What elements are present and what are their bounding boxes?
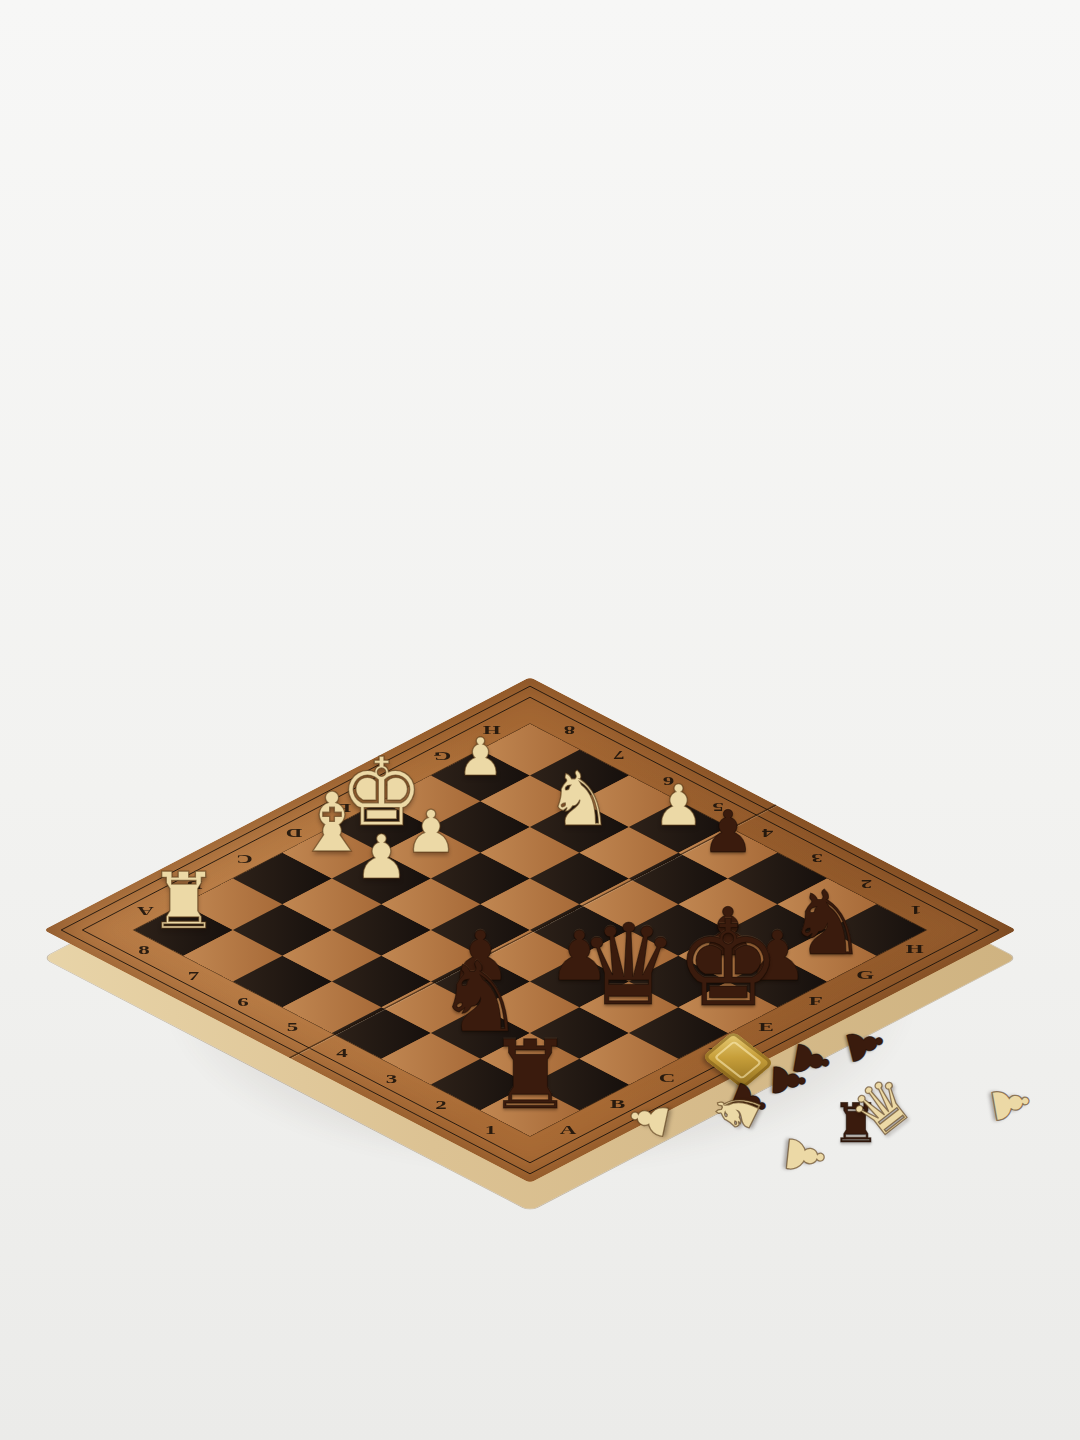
piece-black-queen-d2[interactable]: ♛ [579,911,680,1023]
piece-white-pawn-e7[interactable]: ♟ [405,802,458,861]
piece-black-rook-a1[interactable]: ♜ [487,1028,572,1123]
rank-label-right-1: 1 [903,903,929,917]
rank-label-left-6: 6 [230,995,256,1009]
file-label-near-F: F [803,995,829,1009]
file-label-far-G: G [429,749,455,763]
file-label-near-C: C [654,1072,680,1086]
rank-label-left-3: 3 [378,1073,404,1087]
file-label-far-C: C [231,852,257,866]
piece-white-rook-a8[interactable]: ♜ [149,863,219,941]
rank-label-left-5: 5 [279,1021,305,1035]
scattered-white-pawn-7[interactable]: ♟ [778,1131,832,1181]
scattered-white-pawn-9[interactable]: ♟ [984,1078,1039,1129]
piece-black-pawn-h4[interactable]: ♟ [702,802,755,861]
rank-label-left-2: 2 [428,1098,454,1112]
rank-label-left-7: 7 [180,970,206,984]
rank-label-right-8: 8 [557,722,583,736]
piece-white-knight-g6[interactable]: ♞ [546,762,614,837]
rank-label-right-4: 4 [755,825,781,839]
piece-white-pawn-h5[interactable]: ♟ [653,778,704,835]
rank-label-left-4: 4 [329,1047,355,1061]
file-label-near-H: H [902,943,928,957]
product-photo-scene: AABBCCDDEEFFGGHH1122334455667788 ♜♝♚♟♟♟♞… [0,0,1080,1440]
piece-black-king-e1[interactable]: ♚ [675,905,781,1023]
piece-white-pawn-g8[interactable]: ♟ [457,730,504,782]
rank-label-right-3: 3 [804,851,830,865]
piece-white-pawn-d7[interactable]: ♟ [354,826,408,887]
